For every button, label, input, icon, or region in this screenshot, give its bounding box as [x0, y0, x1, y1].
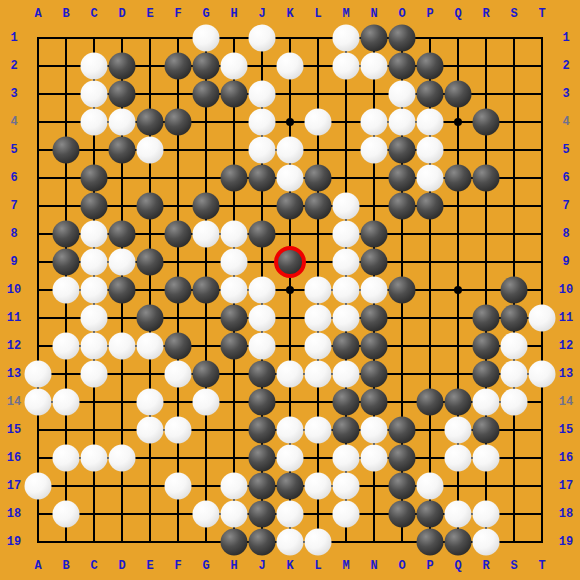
white-stone[interactable]: [249, 25, 276, 52]
coordinate-label-top: R: [482, 8, 489, 20]
white-stone[interactable]: [529, 361, 556, 388]
white-stone[interactable]: [277, 165, 304, 192]
white-stone[interactable]: [501, 361, 528, 388]
black-stone[interactable]: [137, 249, 164, 276]
coordinate-label-top: M: [342, 8, 349, 20]
black-stone[interactable]: [193, 277, 220, 304]
black-stone[interactable]: [193, 81, 220, 108]
black-stone[interactable]: [389, 501, 416, 528]
black-stone[interactable]: [249, 165, 276, 192]
black-stone[interactable]: [445, 165, 472, 192]
white-stone[interactable]: [53, 501, 80, 528]
black-stone[interactable]: [445, 81, 472, 108]
black-stone[interactable]: [417, 81, 444, 108]
black-stone[interactable]: [361, 361, 388, 388]
black-stone[interactable]: [389, 193, 416, 220]
coordinate-label-right: 9: [562, 256, 569, 268]
black-stone[interactable]: [277, 193, 304, 220]
black-stone[interactable]: [417, 501, 444, 528]
black-stone[interactable]: [445, 529, 472, 556]
coordinate-label-top: E: [146, 8, 153, 20]
coordinate-label-bottom: A: [34, 560, 41, 572]
white-stone[interactable]: [193, 389, 220, 416]
white-stone[interactable]: [333, 221, 360, 248]
white-stone[interactable]: [53, 277, 80, 304]
white-stone[interactable]: [333, 501, 360, 528]
white-stone[interactable]: [333, 53, 360, 80]
last-move-marker: [274, 246, 306, 278]
coordinate-label-right: 4: [562, 116, 569, 128]
white-stone[interactable]: [137, 333, 164, 360]
black-stone[interactable]: [389, 277, 416, 304]
coordinate-label-top: Q: [454, 8, 461, 20]
coordinate-label-right: 17: [559, 480, 573, 492]
coordinate-label-left: 15: [7, 424, 21, 436]
white-stone[interactable]: [221, 53, 248, 80]
white-stone[interactable]: [249, 277, 276, 304]
coordinate-label-right: 5: [562, 144, 569, 156]
white-stone[interactable]: [25, 473, 52, 500]
black-stone[interactable]: [221, 305, 248, 332]
white-stone[interactable]: [305, 417, 332, 444]
black-stone[interactable]: [277, 473, 304, 500]
coordinate-label-bottom: J: [258, 560, 265, 572]
coordinate-label-left: 14: [7, 396, 21, 408]
white-stone[interactable]: [445, 445, 472, 472]
coordinate-label-left: 11: [7, 312, 21, 324]
coordinate-label-bottom: G: [202, 560, 209, 572]
black-stone[interactable]: [165, 333, 192, 360]
coordinate-label-right: 16: [559, 452, 573, 464]
white-stone[interactable]: [109, 249, 136, 276]
black-stone[interactable]: [165, 221, 192, 248]
white-stone[interactable]: [305, 529, 332, 556]
white-stone[interactable]: [389, 81, 416, 108]
coordinate-label-bottom: H: [230, 560, 237, 572]
black-stone[interactable]: [389, 473, 416, 500]
white-stone[interactable]: [165, 361, 192, 388]
white-stone[interactable]: [277, 361, 304, 388]
white-stone[interactable]: [305, 109, 332, 136]
white-stone[interactable]: [81, 81, 108, 108]
coordinate-label-left: 2: [10, 60, 17, 72]
star-point: [286, 286, 294, 294]
black-stone[interactable]: [193, 53, 220, 80]
black-stone[interactable]: [165, 109, 192, 136]
coordinate-label-left: 5: [10, 144, 17, 156]
black-stone[interactable]: [109, 277, 136, 304]
coordinate-label-left: 13: [7, 368, 21, 380]
coordinate-label-bottom: P: [426, 560, 433, 572]
white-stone[interactable]: [193, 25, 220, 52]
white-stone[interactable]: [501, 389, 528, 416]
white-stone[interactable]: [137, 389, 164, 416]
white-stone[interactable]: [109, 109, 136, 136]
white-stone[interactable]: [277, 445, 304, 472]
coordinate-label-bottom: C: [90, 560, 97, 572]
coordinate-label-top: A: [34, 8, 41, 20]
black-stone[interactable]: [137, 193, 164, 220]
black-stone[interactable]: [81, 165, 108, 192]
white-stone[interactable]: [305, 305, 332, 332]
white-stone[interactable]: [361, 109, 388, 136]
coordinate-label-top: N: [370, 8, 377, 20]
white-stone[interactable]: [221, 473, 248, 500]
black-stone[interactable]: [389, 25, 416, 52]
white-stone[interactable]: [333, 249, 360, 276]
white-stone[interactable]: [165, 417, 192, 444]
coordinate-label-bottom: L: [314, 560, 321, 572]
coordinate-label-bottom: R: [482, 560, 489, 572]
white-stone[interactable]: [333, 305, 360, 332]
coordinate-label-top: O: [398, 8, 405, 20]
black-stone[interactable]: [249, 361, 276, 388]
black-stone[interactable]: [305, 165, 332, 192]
coordinate-label-top: G: [202, 8, 209, 20]
star-point: [454, 118, 462, 126]
black-stone[interactable]: [221, 529, 248, 556]
black-stone[interactable]: [193, 361, 220, 388]
coordinate-label-left: 8: [10, 228, 17, 240]
black-stone[interactable]: [389, 445, 416, 472]
coordinate-label-right: 3: [562, 88, 569, 100]
white-stone[interactable]: [333, 473, 360, 500]
black-stone[interactable]: [417, 529, 444, 556]
black-stone[interactable]: [249, 445, 276, 472]
black-stone[interactable]: [137, 305, 164, 332]
white-stone[interactable]: [81, 333, 108, 360]
black-stone[interactable]: [305, 193, 332, 220]
white-stone[interactable]: [445, 501, 472, 528]
black-stone[interactable]: [53, 137, 80, 164]
black-stone[interactable]: [389, 417, 416, 444]
black-stone[interactable]: [361, 389, 388, 416]
black-stone[interactable]: [333, 417, 360, 444]
white-stone[interactable]: [277, 501, 304, 528]
white-stone[interactable]: [333, 445, 360, 472]
white-stone[interactable]: [81, 305, 108, 332]
black-stone[interactable]: [193, 193, 220, 220]
coordinate-label-top: H: [230, 8, 237, 20]
coordinate-label-bottom: Q: [454, 560, 461, 572]
coordinate-label-bottom: E: [146, 560, 153, 572]
coordinate-label-left: 4: [10, 116, 17, 128]
black-stone[interactable]: [389, 165, 416, 192]
black-stone[interactable]: [109, 221, 136, 248]
white-stone[interactable]: [417, 137, 444, 164]
coordinate-label-right: 18: [559, 508, 573, 520]
coordinate-label-top: S: [510, 8, 517, 20]
coordinate-label-right: 7: [562, 200, 569, 212]
black-stone[interactable]: [501, 305, 528, 332]
white-stone[interactable]: [305, 333, 332, 360]
white-stone[interactable]: [109, 333, 136, 360]
white-stone[interactable]: [473, 501, 500, 528]
white-stone[interactable]: [81, 277, 108, 304]
black-stone[interactable]: [221, 333, 248, 360]
coordinate-label-left: 9: [10, 256, 17, 268]
coordinate-label-right: 12: [559, 340, 573, 352]
coordinate-label-bottom: O: [398, 560, 405, 572]
white-stone[interactable]: [361, 417, 388, 444]
coordinate-label-left: 10: [7, 284, 21, 296]
coordinate-label-top: C: [90, 8, 97, 20]
coordinate-label-bottom: T: [538, 560, 545, 572]
white-stone[interactable]: [165, 473, 192, 500]
white-stone[interactable]: [333, 361, 360, 388]
black-stone[interactable]: [333, 333, 360, 360]
star-point: [454, 286, 462, 294]
black-stone[interactable]: [473, 417, 500, 444]
white-stone[interactable]: [417, 473, 444, 500]
black-stone[interactable]: [417, 193, 444, 220]
black-stone[interactable]: [501, 277, 528, 304]
white-stone[interactable]: [81, 249, 108, 276]
black-stone[interactable]: [249, 389, 276, 416]
white-stone[interactable]: [249, 333, 276, 360]
white-stone[interactable]: [277, 417, 304, 444]
coordinate-label-left: 6: [10, 172, 17, 184]
coordinate-label-bottom: D: [118, 560, 125, 572]
black-stone[interactable]: [417, 53, 444, 80]
white-stone[interactable]: [221, 221, 248, 248]
black-stone[interactable]: [473, 361, 500, 388]
coordinate-label-right: 11: [559, 312, 573, 324]
white-stone[interactable]: [81, 221, 108, 248]
black-stone[interactable]: [333, 389, 360, 416]
black-stone[interactable]: [109, 53, 136, 80]
white-stone[interactable]: [361, 53, 388, 80]
coordinate-label-right: 6: [562, 172, 569, 184]
grid-line-horizontal: [37, 317, 543, 319]
white-stone[interactable]: [305, 361, 332, 388]
white-stone[interactable]: [249, 137, 276, 164]
white-stone[interactable]: [81, 445, 108, 472]
white-stone[interactable]: [389, 109, 416, 136]
coordinate-label-top: D: [118, 8, 125, 20]
black-stone[interactable]: [249, 529, 276, 556]
coordinate-label-right: 2: [562, 60, 569, 72]
coordinate-label-left: 18: [7, 508, 21, 520]
white-stone[interactable]: [221, 249, 248, 276]
coordinate-label-right: 14: [559, 396, 573, 408]
white-stone[interactable]: [137, 137, 164, 164]
black-stone[interactable]: [389, 137, 416, 164]
white-stone[interactable]: [361, 137, 388, 164]
black-stone[interactable]: [445, 389, 472, 416]
black-stone[interactable]: [249, 221, 276, 248]
white-stone[interactable]: [249, 109, 276, 136]
white-stone[interactable]: [277, 53, 304, 80]
white-stone[interactable]: [81, 109, 108, 136]
white-stone[interactable]: [81, 53, 108, 80]
white-stone[interactable]: [473, 529, 500, 556]
white-stone[interactable]: [361, 445, 388, 472]
black-stone[interactable]: [361, 333, 388, 360]
black-stone[interactable]: [249, 501, 276, 528]
coordinate-label-left: 17: [7, 480, 21, 492]
white-stone[interactable]: [417, 109, 444, 136]
black-stone[interactable]: [165, 277, 192, 304]
black-stone[interactable]: [109, 137, 136, 164]
coordinate-label-left: 12: [7, 340, 21, 352]
black-stone[interactable]: [389, 53, 416, 80]
black-stone[interactable]: [361, 305, 388, 332]
coordinate-label-top: B: [62, 8, 69, 20]
coordinate-label-top: F: [174, 8, 181, 20]
black-stone[interactable]: [417, 389, 444, 416]
black-stone[interactable]: [221, 81, 248, 108]
white-stone[interactable]: [361, 277, 388, 304]
black-stone[interactable]: [473, 333, 500, 360]
coordinate-label-left: 19: [7, 536, 21, 548]
coordinate-label-left: 7: [10, 200, 17, 212]
black-stone[interactable]: [53, 249, 80, 276]
go-board[interactable]: AABBCCDDEEFFGGHHJJKKLLMMNNOOPPQQRRSSTT11…: [0, 0, 580, 580]
black-stone[interactable]: [473, 109, 500, 136]
black-stone[interactable]: [137, 109, 164, 136]
white-stone[interactable]: [305, 473, 332, 500]
white-stone[interactable]: [193, 221, 220, 248]
white-stone[interactable]: [473, 389, 500, 416]
coordinate-label-left: 16: [7, 452, 21, 464]
coordinate-label-right: 19: [559, 536, 573, 548]
white-stone[interactable]: [53, 333, 80, 360]
coordinate-label-bottom: M: [342, 560, 349, 572]
white-stone[interactable]: [53, 445, 80, 472]
white-stone[interactable]: [277, 137, 304, 164]
black-stone[interactable]: [165, 53, 192, 80]
black-stone[interactable]: [473, 165, 500, 192]
white-stone[interactable]: [501, 333, 528, 360]
white-stone[interactable]: [305, 277, 332, 304]
white-stone[interactable]: [529, 305, 556, 332]
coordinate-label-top: J: [258, 8, 265, 20]
white-stone[interactable]: [473, 445, 500, 472]
black-stone[interactable]: [81, 193, 108, 220]
coordinate-label-right: 13: [559, 368, 573, 380]
coordinate-label-top: P: [426, 8, 433, 20]
grid-line-vertical: [541, 37, 543, 543]
coordinate-label-left: 3: [10, 88, 17, 100]
white-stone[interactable]: [109, 445, 136, 472]
white-stone[interactable]: [53, 389, 80, 416]
white-stone[interactable]: [25, 389, 52, 416]
white-stone[interactable]: [193, 501, 220, 528]
white-stone[interactable]: [249, 305, 276, 332]
black-stone[interactable]: [361, 221, 388, 248]
white-stone[interactable]: [277, 529, 304, 556]
white-stone[interactable]: [445, 417, 472, 444]
coordinate-label-bottom: K: [286, 560, 293, 572]
black-stone[interactable]: [53, 221, 80, 248]
white-stone[interactable]: [333, 193, 360, 220]
black-stone[interactable]: [249, 417, 276, 444]
coordinate-label-left: 1: [10, 32, 17, 44]
black-stone[interactable]: [473, 305, 500, 332]
coordinate-label-top: L: [314, 8, 321, 20]
black-stone[interactable]: [221, 165, 248, 192]
star-point: [286, 118, 294, 126]
coordinate-label-bottom: S: [510, 560, 517, 572]
white-stone[interactable]: [417, 165, 444, 192]
white-stone[interactable]: [333, 25, 360, 52]
white-stone[interactable]: [221, 501, 248, 528]
coordinate-label-top: K: [286, 8, 293, 20]
white-stone[interactable]: [221, 277, 248, 304]
coordinate-label-top: T: [538, 8, 545, 20]
coordinate-label-right: 10: [559, 284, 573, 296]
coordinate-label-bottom: B: [62, 560, 69, 572]
black-stone[interactable]: [361, 249, 388, 276]
black-stone[interactable]: [249, 473, 276, 500]
black-stone[interactable]: [109, 81, 136, 108]
black-stone[interactable]: [361, 25, 388, 52]
coordinate-label-right: 1: [562, 32, 569, 44]
white-stone[interactable]: [25, 361, 52, 388]
white-stone[interactable]: [333, 277, 360, 304]
white-stone[interactable]: [81, 361, 108, 388]
white-stone[interactable]: [249, 81, 276, 108]
coordinate-label-right: 15: [559, 424, 573, 436]
coordinate-label-bottom: F: [174, 560, 181, 572]
coordinate-label-right: 8: [562, 228, 569, 240]
white-stone[interactable]: [137, 417, 164, 444]
coordinate-label-bottom: N: [370, 560, 377, 572]
